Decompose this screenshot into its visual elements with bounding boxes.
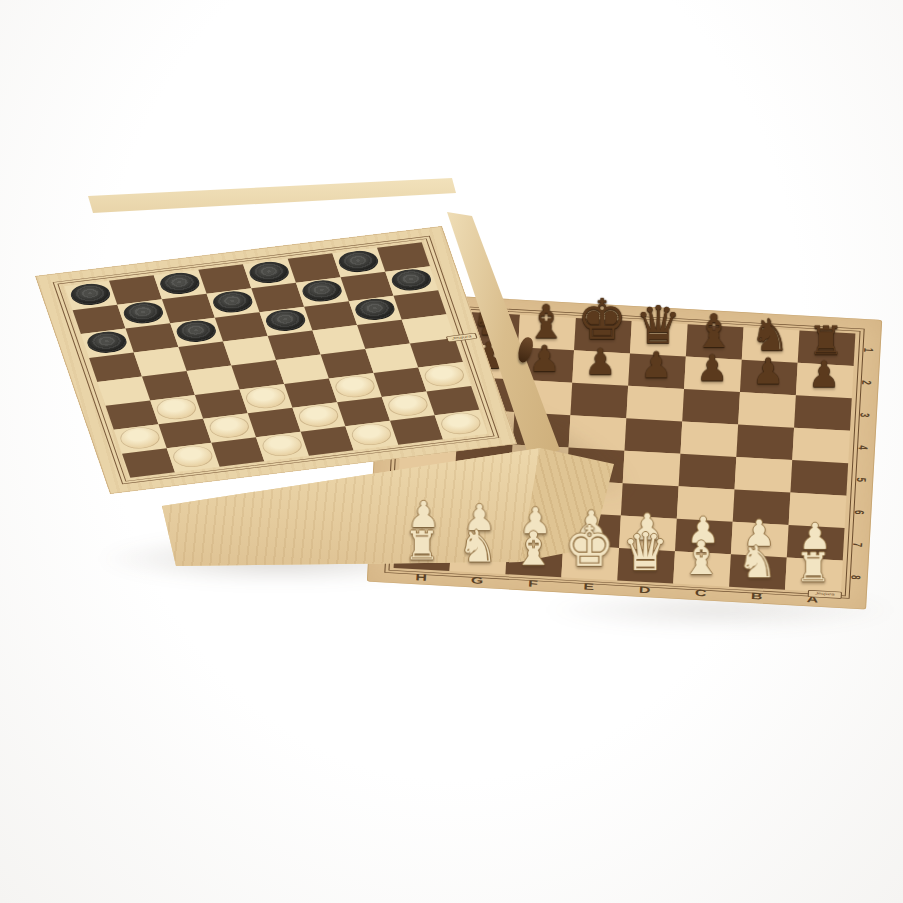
draughts-piece-natural bbox=[117, 425, 163, 450]
draughts-piece-black bbox=[336, 249, 382, 274]
chess-square-a2: ♟ bbox=[796, 363, 854, 399]
draughts-piece-natural bbox=[332, 374, 378, 399]
chess-piece-dark-pawn: ♟ bbox=[528, 341, 560, 377]
draughts-piece-natural bbox=[438, 411, 484, 436]
chess-square-c3 bbox=[682, 389, 740, 425]
chess-square-e3 bbox=[570, 383, 628, 419]
chess-piece-dark-queen: ♛ bbox=[635, 299, 682, 351]
draughts-piece-natural bbox=[243, 385, 289, 410]
chess-square-c4 bbox=[680, 421, 738, 457]
chess-rank-label-2: 2 bbox=[859, 377, 875, 388]
chess-square-d4 bbox=[625, 418, 683, 454]
draughts-piece-black bbox=[299, 278, 345, 303]
chess-square-b2: ♟ bbox=[740, 360, 798, 396]
chess-piece-dark-king: ♚ bbox=[577, 292, 627, 348]
chess-square-a5 bbox=[790, 460, 848, 496]
draughts-piece-natural bbox=[153, 396, 199, 421]
chess-square-b7 bbox=[731, 522, 789, 558]
chess-square-c2: ♟ bbox=[684, 357, 742, 393]
draughts-piece-black bbox=[84, 330, 130, 355]
draughts-piece-black bbox=[388, 267, 434, 292]
chess-file-label-b: B bbox=[728, 590, 784, 604]
chess-piece-dark-pawn: ♟ bbox=[640, 347, 672, 383]
chess-rank-label-1: 1 bbox=[861, 345, 877, 356]
chess-square-c8 bbox=[673, 551, 731, 587]
chess-square-b4 bbox=[736, 425, 794, 461]
chess-piece-dark-pawn: ♟ bbox=[808, 357, 840, 393]
chess-square-d7 bbox=[619, 516, 677, 552]
chess-rank-label-6: 6 bbox=[852, 507, 868, 518]
draughts-piece-natural bbox=[349, 422, 395, 447]
chess-file-label-g: G bbox=[449, 574, 505, 588]
draughts-piece-natural bbox=[170, 444, 216, 469]
chess-piece-dark-pawn: ♟ bbox=[752, 354, 784, 390]
draughts-piece-black bbox=[246, 260, 292, 285]
chess-square-d8 bbox=[617, 548, 675, 584]
chess-square-d3 bbox=[626, 386, 684, 422]
chess-file-label-h: H bbox=[393, 571, 449, 585]
chess-square-b3 bbox=[738, 392, 796, 428]
chess-square-e2: ♟ bbox=[572, 350, 630, 386]
chess-piece-dark-pawn: ♟ bbox=[696, 351, 728, 387]
chess-file-label-d: D bbox=[617, 583, 673, 597]
draughts-piece-natural bbox=[296, 403, 342, 428]
draughts-piece-black bbox=[157, 271, 203, 296]
chess-rank-label-4: 4 bbox=[855, 442, 871, 453]
chess-square-b6 bbox=[733, 489, 791, 525]
draughts-piece-black bbox=[352, 297, 398, 322]
chess-square-a4 bbox=[792, 428, 850, 464]
chess-piece-dark-pawn: ♟ bbox=[584, 344, 616, 380]
draughts-piece-black bbox=[120, 300, 166, 325]
draughts-piece-black bbox=[210, 289, 256, 314]
chess-file-label-f: F bbox=[505, 577, 561, 591]
chess-rank-label-5: 5 bbox=[853, 474, 869, 485]
draughts-piece-natural bbox=[259, 433, 305, 458]
chess-square-a6 bbox=[789, 493, 847, 529]
chess-file-label-e: E bbox=[561, 580, 617, 594]
chess-square-a3 bbox=[794, 395, 852, 431]
draughts-piece-natural bbox=[421, 363, 467, 388]
chess-square-c6 bbox=[677, 486, 735, 522]
draughts-piece-black bbox=[263, 308, 309, 333]
chess-rank-label-8: 8 bbox=[848, 572, 864, 583]
chess-square-d2: ♟ bbox=[628, 353, 686, 389]
chess-square-c5 bbox=[679, 454, 737, 490]
chess-rank-label-7: 7 bbox=[850, 539, 866, 550]
chess-square-b8 bbox=[729, 554, 787, 590]
chess-square-a8 bbox=[785, 557, 843, 593]
product-photo-scene: ♜♞♝♚♛♝♞♜♟♟♟♟♟♟♟♟ HGFEDCBA 12345678 Jeuju… bbox=[0, 0, 903, 903]
chess-file-label-c: C bbox=[672, 586, 728, 600]
chess-square-b5 bbox=[735, 457, 793, 493]
chess-square-a7 bbox=[787, 525, 845, 561]
draughts-piece-black bbox=[173, 319, 219, 344]
draughts-piece-natural bbox=[206, 414, 252, 439]
draughts-piece-black bbox=[68, 282, 114, 307]
box-lid-far-rim bbox=[78, 168, 478, 238]
chess-square-c7 bbox=[675, 519, 733, 555]
chess-rank-label-3: 3 bbox=[857, 409, 873, 420]
draughts-piece-natural bbox=[385, 392, 431, 417]
